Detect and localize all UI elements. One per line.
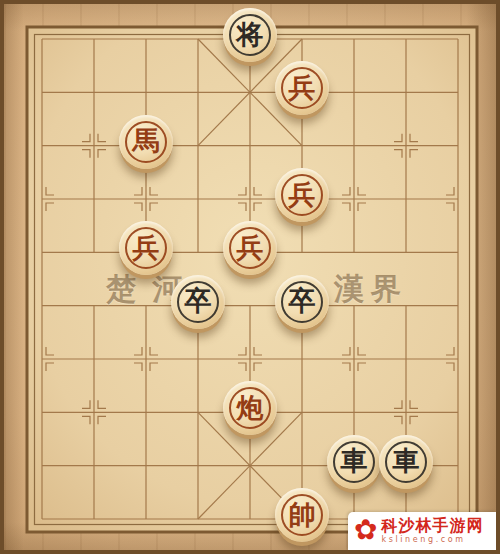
piece-red-soldier[interactable]: 兵 [223,221,277,275]
piece-glyph: 卒 [289,287,316,314]
piece-glyph: 車 [341,447,368,474]
piece-glyph: 炮 [237,394,264,421]
watermark-banner: ✿ 科沙林手游网 kslineng.com [348,512,496,550]
piece-glyph: 兵 [289,181,316,208]
piece-glyph: 兵 [289,74,316,101]
piece-red-soldier[interactable]: 兵 [275,168,329,222]
piece-black-soldier[interactable]: 卒 [275,275,329,329]
piece-glyph: 車 [393,447,420,474]
piece-red-horse[interactable]: 馬 [119,115,173,169]
piece-glyph: 兵 [133,234,160,261]
watermark-text: 科沙林手游网 kslineng.com [381,518,483,544]
flower-logo-icon: ✿ [354,516,377,544]
piece-red-general[interactable]: 帥 [275,488,329,542]
piece-glyph: 兵 [237,234,264,261]
piece-black-chariot[interactable]: 車 [327,435,381,489]
piece-black-soldier[interactable]: 卒 [171,275,225,329]
piece-glyph: 帥 [289,501,316,528]
piece-black-chariot[interactable]: 車 [379,435,433,489]
piece-red-cannon[interactable]: 炮 [223,381,277,435]
watermark-site-name: 科沙林手游网 [381,518,483,534]
piece-glyph: 馬 [133,127,160,154]
piece-red-soldier[interactable]: 兵 [275,61,329,115]
xiangqi-app: 楚河 漢界 将兵馬兵兵兵卒卒炮車車帥 ✿ 科沙林手游网 kslineng.com [0,0,500,554]
piece-glyph: 卒 [185,287,212,314]
watermark-domain: kslineng.com [381,536,483,544]
piece-glyph: 将 [237,21,264,48]
piece-red-soldier[interactable]: 兵 [119,221,173,275]
piece-black-general[interactable]: 将 [223,8,277,62]
